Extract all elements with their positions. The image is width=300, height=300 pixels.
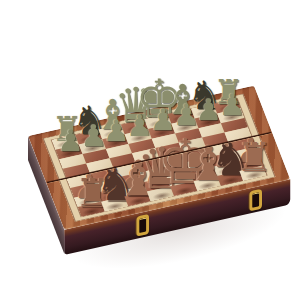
square-h1: ♜ <box>240 166 267 181</box>
brass-clasp-icon-right <box>249 189 262 212</box>
piece-copper-rook: ♜ <box>236 137 272 177</box>
brass-clasp-icon-left <box>136 214 149 237</box>
product-photo-scene: ♜♞♝♛♚♝♞♜♟♟♟♟♟♟♟♟♟♟♟♟♟♟♟♟♜♞♝♛♚♝♞♜ <box>0 0 300 300</box>
piece-brass-pawn: ♟ <box>219 90 246 120</box>
